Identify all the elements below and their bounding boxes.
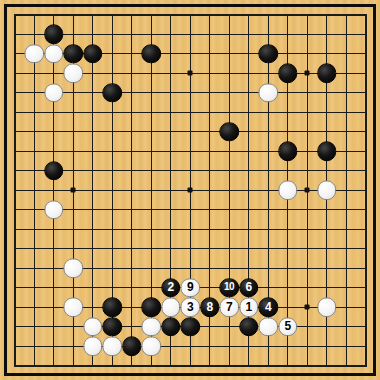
move-stone-1: 1 xyxy=(239,297,259,317)
black-stone xyxy=(102,317,122,337)
move-stone-6: 6 xyxy=(239,278,259,298)
white-stone xyxy=(83,336,103,356)
move-stone-5: 5 xyxy=(278,317,298,337)
black-stone xyxy=(258,44,278,64)
grid-line-horizontal xyxy=(14,229,367,230)
move-stone-4: 4 xyxy=(258,297,278,317)
black-stone xyxy=(83,44,103,64)
black-stone xyxy=(161,317,181,337)
move-stone-2: 2 xyxy=(161,278,181,298)
hoshi-point xyxy=(188,188,193,193)
grid-line-horizontal xyxy=(14,365,367,367)
move-number-label: 2 xyxy=(167,282,173,294)
move-number-label: 9 xyxy=(187,282,193,294)
white-stone xyxy=(44,83,64,103)
hoshi-point xyxy=(71,188,76,193)
hoshi-point xyxy=(305,305,310,310)
move-stone-10: 10 xyxy=(219,278,239,298)
move-number-label: 1 xyxy=(245,301,251,313)
hoshi-point xyxy=(305,188,310,193)
grid-line-vertical xyxy=(365,14,367,367)
move-number-label: 7 xyxy=(226,301,232,313)
move-number-label: 5 xyxy=(284,321,290,333)
grid-line-horizontal xyxy=(14,346,367,347)
go-board: 12345678910 xyxy=(0,0,380,380)
white-stone xyxy=(44,44,64,64)
move-stone-9: 9 xyxy=(180,278,200,298)
move-stone-8: 8 xyxy=(200,297,220,317)
white-stone xyxy=(317,297,337,317)
white-stone xyxy=(278,180,298,200)
move-stone-3: 3 xyxy=(180,297,200,317)
hoshi-point xyxy=(188,71,193,76)
move-number-label: 8 xyxy=(206,301,212,313)
white-stone xyxy=(141,317,161,337)
black-stone xyxy=(317,63,337,83)
move-stone-7: 7 xyxy=(219,297,239,317)
black-stone xyxy=(122,336,142,356)
black-stone xyxy=(141,44,161,64)
move-number-label: 3 xyxy=(187,301,193,313)
black-stone xyxy=(141,297,161,317)
move-number-label: 4 xyxy=(265,301,271,313)
black-stone xyxy=(44,24,64,44)
white-stone xyxy=(24,44,44,64)
white-stone xyxy=(44,200,64,220)
white-stone xyxy=(63,297,83,317)
black-stone xyxy=(278,63,298,83)
grid-line-horizontal xyxy=(14,248,367,249)
white-stone xyxy=(258,317,278,337)
black-stone xyxy=(219,122,239,142)
white-stone xyxy=(63,63,83,83)
hoshi-point xyxy=(305,71,310,76)
white-stone xyxy=(141,336,161,356)
white-stone xyxy=(317,180,337,200)
move-number-label: 10 xyxy=(224,283,234,293)
white-stone xyxy=(83,317,103,337)
white-stone xyxy=(258,83,278,103)
black-stone xyxy=(102,83,122,103)
white-stone xyxy=(161,297,181,317)
white-stone xyxy=(102,336,122,356)
white-stone xyxy=(63,258,83,278)
black-stone xyxy=(278,141,298,161)
black-stone xyxy=(44,161,64,181)
black-stone xyxy=(63,44,83,64)
black-stone xyxy=(239,317,259,337)
black-stone xyxy=(102,297,122,317)
grid-line-horizontal xyxy=(14,209,367,210)
grid-line-vertical xyxy=(346,14,347,367)
move-number-label: 6 xyxy=(245,282,251,294)
black-stone xyxy=(180,317,200,337)
black-stone xyxy=(317,141,337,161)
